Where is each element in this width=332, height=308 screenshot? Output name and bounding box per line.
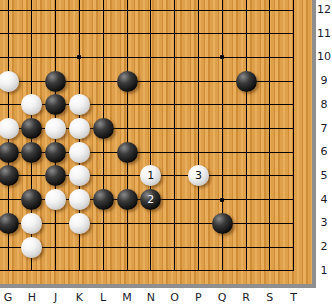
stone-black-H6[interactable] bbox=[21, 142, 42, 163]
grid-line-vertical bbox=[246, 0, 247, 271]
stone-white-N5[interactable]: 1 bbox=[140, 165, 161, 186]
stone-white-P5[interactable]: 3 bbox=[188, 165, 209, 186]
coordinate-label-col-K: K bbox=[71, 291, 87, 305]
stone-black-J6[interactable] bbox=[45, 142, 66, 163]
stone-black-J9[interactable] bbox=[45, 71, 66, 92]
grid-line-vertical bbox=[198, 0, 199, 271]
coordinate-label-col-O: O bbox=[167, 291, 183, 305]
stone-black-H7[interactable] bbox=[21, 118, 42, 139]
stone-white-K5[interactable] bbox=[69, 165, 90, 186]
grid-line-vertical bbox=[293, 0, 294, 271]
coordinate-label-row-2: 2 bbox=[316, 240, 332, 254]
go-board[interactable]: 132 bbox=[0, 0, 312, 284]
stone-black-L4[interactable] bbox=[93, 189, 114, 210]
stone-black-G3[interactable] bbox=[0, 213, 19, 234]
star-point-K10 bbox=[77, 55, 81, 59]
stone-black-H4[interactable] bbox=[21, 189, 42, 210]
stone-black-L7[interactable] bbox=[93, 118, 114, 139]
coordinate-label-row-5: 5 bbox=[316, 169, 332, 183]
stone-black-R9[interactable] bbox=[236, 71, 257, 92]
stone-white-K4[interactable] bbox=[69, 189, 90, 210]
stone-white-H8[interactable] bbox=[21, 94, 42, 115]
stone-white-K6[interactable] bbox=[69, 142, 90, 163]
stone-black-J8[interactable] bbox=[45, 94, 66, 115]
coordinate-label-col-G: G bbox=[0, 291, 16, 305]
coordinate-label-col-R: R bbox=[238, 291, 254, 305]
stone-black-G6[interactable] bbox=[0, 142, 19, 163]
grid-line-horizontal bbox=[0, 10, 294, 11]
stone-white-K8[interactable] bbox=[69, 94, 90, 115]
coordinate-label-row-1: 1 bbox=[316, 264, 332, 278]
coordinate-label-row-6: 6 bbox=[316, 145, 332, 159]
coordinate-label-col-J: J bbox=[48, 291, 64, 305]
coordinate-label-row-3: 3 bbox=[316, 216, 332, 230]
coordinate-label-row-8: 8 bbox=[316, 98, 332, 112]
star-point-Q4 bbox=[220, 198, 224, 202]
coordinate-label-row-11: 11 bbox=[316, 27, 332, 41]
coordinate-label-col-N: N bbox=[143, 291, 159, 305]
coordinate-label-row-10: 10 bbox=[316, 50, 332, 64]
board-edge-bottom bbox=[0, 284, 316, 288]
stone-black-N4[interactable]: 2 bbox=[140, 189, 161, 210]
coordinate-label-row-4: 4 bbox=[316, 193, 332, 207]
star-point-Q10 bbox=[220, 55, 224, 59]
grid-line-horizontal bbox=[0, 57, 294, 58]
grid-line-vertical bbox=[127, 0, 128, 271]
coordinate-label-col-S: S bbox=[262, 291, 278, 305]
coordinate-label-col-H: H bbox=[24, 291, 40, 305]
grid-line-horizontal bbox=[0, 270, 294, 271]
stone-black-M4[interactable] bbox=[117, 189, 138, 210]
grid-line-vertical bbox=[150, 0, 151, 271]
stone-white-G9[interactable] bbox=[0, 71, 19, 92]
grid-line-vertical bbox=[174, 0, 175, 271]
grid-line-horizontal bbox=[0, 247, 294, 248]
go-diagram: 132 121110987654321GHJKLMNOPQRST bbox=[0, 0, 332, 308]
coordinate-label-row-7: 7 bbox=[316, 122, 332, 136]
coordinate-label-col-T: T bbox=[286, 291, 302, 305]
coordinate-label-col-Q: Q bbox=[214, 291, 230, 305]
stone-black-M9[interactable] bbox=[117, 71, 138, 92]
stone-white-K7[interactable] bbox=[69, 118, 90, 139]
stone-white-J4[interactable] bbox=[45, 189, 66, 210]
stone-white-G7[interactable] bbox=[0, 118, 19, 139]
stone-black-Q3[interactable] bbox=[212, 213, 233, 234]
coordinate-label-row-12: 12 bbox=[316, 3, 332, 17]
stone-white-H2[interactable] bbox=[21, 237, 42, 258]
stone-white-K3[interactable] bbox=[69, 213, 90, 234]
grid-line-vertical bbox=[269, 0, 270, 271]
grid-line-horizontal bbox=[0, 223, 294, 224]
move-number-label: 3 bbox=[195, 170, 202, 181]
coordinate-label-col-P: P bbox=[190, 291, 206, 305]
stone-white-H3[interactable] bbox=[21, 213, 42, 234]
grid-line-horizontal bbox=[0, 33, 294, 34]
coordinate-label-col-L: L bbox=[95, 291, 111, 305]
move-number-label: 1 bbox=[147, 170, 154, 181]
stone-black-M6[interactable] bbox=[117, 142, 138, 163]
coordinate-label-col-M: M bbox=[119, 291, 135, 305]
move-number-label: 2 bbox=[147, 194, 154, 205]
coordinate-label-row-9: 9 bbox=[316, 74, 332, 88]
stone-white-J7[interactable] bbox=[45, 118, 66, 139]
stone-black-G5[interactable] bbox=[0, 165, 19, 186]
stone-black-J5[interactable] bbox=[45, 165, 66, 186]
